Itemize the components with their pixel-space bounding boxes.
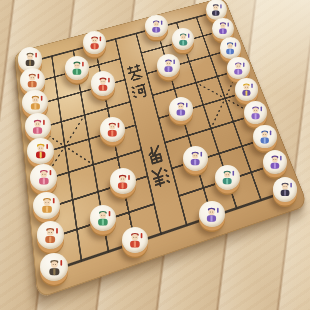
cartoon-figure xyxy=(172,100,190,118)
cartoon-figure xyxy=(21,50,39,68)
piece-black-soldier[interactable] xyxy=(183,146,208,171)
piece-black-soldier[interactable] xyxy=(145,15,167,37)
cartoon-figure xyxy=(208,2,224,18)
piece-red-cannon[interactable] xyxy=(90,205,117,232)
cartoon-figure xyxy=(222,40,238,56)
cartoon-figure xyxy=(93,208,113,228)
piece-red-advisor[interactable] xyxy=(30,164,57,191)
piece-red-soldier[interactable] xyxy=(100,117,125,142)
piece-black-elephant[interactable] xyxy=(220,37,242,59)
cartoon-figure xyxy=(26,93,45,112)
piece-red-advisor[interactable] xyxy=(25,113,51,139)
cartoon-figure xyxy=(31,141,50,160)
cartoon-figure xyxy=(44,257,65,278)
cartoon-figure xyxy=(40,225,60,245)
cartoon-figure xyxy=(266,153,284,171)
piece-red-soldier[interactable] xyxy=(83,31,106,54)
cartoon-figure xyxy=(125,230,145,250)
piece-black-advisor[interactable] xyxy=(244,101,267,124)
cartoon-figure xyxy=(86,34,103,51)
piece-black-advisor[interactable] xyxy=(227,57,249,79)
piece-black-cannon[interactable] xyxy=(172,28,194,50)
cartoon-figure xyxy=(256,128,273,145)
piece-red-soldier[interactable] xyxy=(122,227,149,254)
piece-black-soldier[interactable] xyxy=(199,201,225,227)
cartoon-figure xyxy=(37,195,57,215)
cartoon-figure xyxy=(94,75,112,93)
piece-black-general[interactable] xyxy=(235,78,258,101)
cartoon-figure xyxy=(34,167,54,187)
piece-black-elephant[interactable] xyxy=(253,125,277,149)
cartoon-figure xyxy=(202,205,221,224)
cartoon-figure xyxy=(28,117,47,136)
cartoon-figure xyxy=(238,81,255,98)
piece-red-elephant[interactable] xyxy=(33,192,60,219)
cartoon-figure xyxy=(215,20,231,36)
piece-black-soldier[interactable] xyxy=(157,54,180,77)
cartoon-figure xyxy=(68,59,86,77)
piece-red-soldier[interactable] xyxy=(110,168,136,194)
pieces-layer xyxy=(0,0,310,310)
piece-red-cannon[interactable] xyxy=(65,56,89,80)
piece-red-horse[interactable] xyxy=(37,221,65,249)
piece-red-elephant[interactable] xyxy=(22,90,47,115)
xiangqi-photo-scene xyxy=(0,0,310,310)
cartoon-figure xyxy=(113,172,132,191)
cartoon-figure xyxy=(186,149,204,167)
cartoon-figure xyxy=(103,120,122,139)
piece-black-chariot[interactable] xyxy=(273,177,298,202)
cartoon-figure xyxy=(148,18,164,34)
cartoon-figure xyxy=(247,104,264,121)
cartoon-figure xyxy=(160,57,177,74)
piece-red-general[interactable] xyxy=(27,138,53,164)
piece-black-horse[interactable] xyxy=(212,18,233,39)
piece-black-horse[interactable] xyxy=(263,150,287,174)
piece-black-soldier[interactable] xyxy=(169,97,193,121)
piece-red-soldier[interactable] xyxy=(91,71,115,95)
piece-black-cannon[interactable] xyxy=(215,165,240,190)
cartoon-figure xyxy=(230,60,247,77)
cartoon-figure xyxy=(23,71,41,89)
piece-red-chariot[interactable] xyxy=(40,253,68,281)
cartoon-figure xyxy=(276,180,294,198)
cartoon-figure xyxy=(175,31,191,47)
cartoon-figure xyxy=(218,168,236,186)
